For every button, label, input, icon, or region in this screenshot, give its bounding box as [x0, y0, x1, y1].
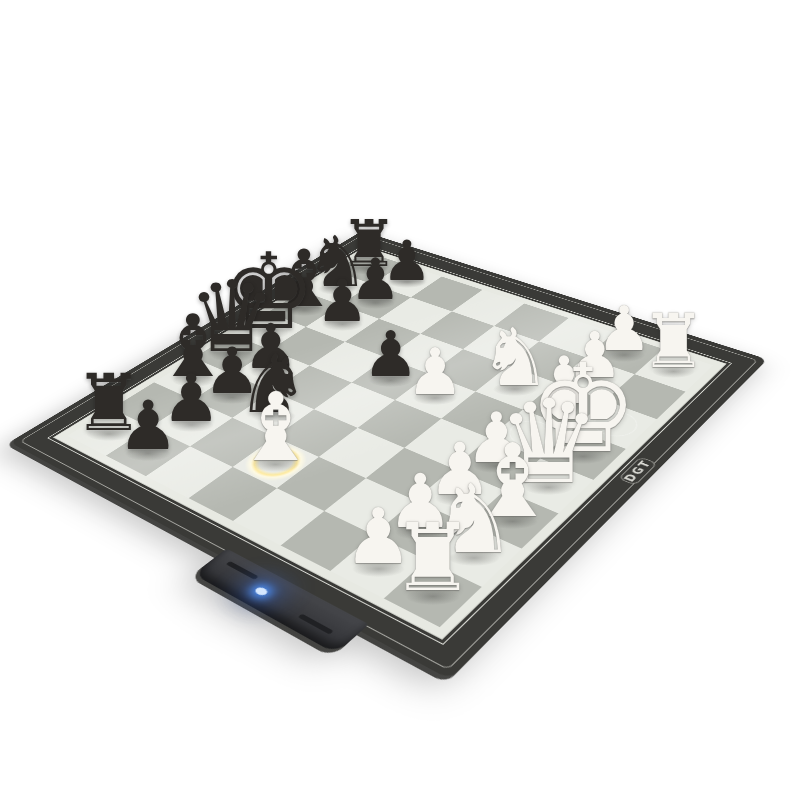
board-surface [53, 246, 727, 639]
board-frame: DGT [9, 231, 767, 680]
module-slot-icon [297, 613, 333, 634]
product-photo-page: { "game": "chess", "product": { "brand":… [0, 0, 800, 800]
scene: DGT ♜♝♛♚♝♞♜♟♟♟♟♟♟♟♞♟♝♟♞♟♟♟♟♟♟♟♜♞♝♛♚♜ [0, 0, 800, 800]
surface-outer-line [47, 244, 732, 645]
status-led-icon [253, 586, 269, 597]
board-grid [67, 252, 713, 627]
module-slot-icon [225, 561, 258, 580]
chess-board: DGT [9, 231, 767, 680]
